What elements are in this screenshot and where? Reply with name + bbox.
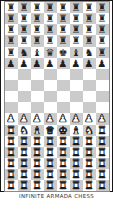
board-square[interactable] bbox=[70, 69, 83, 80]
board-square[interactable]: ♜ bbox=[70, 180, 83, 191]
piece-white-rook: ♜ bbox=[46, 169, 55, 180]
board-square[interactable]: ♜ bbox=[83, 35, 96, 46]
board-square[interactable]: ♞ bbox=[83, 47, 96, 58]
piece-white-pawn: ♟ bbox=[20, 113, 29, 124]
board-square[interactable]: ♜ bbox=[70, 158, 83, 169]
board-square[interactable]: ♜ bbox=[18, 136, 31, 147]
board-square[interactable]: ♜ bbox=[44, 35, 57, 46]
board-square[interactable] bbox=[44, 69, 57, 80]
piece-white-pawn: ♟ bbox=[72, 113, 81, 124]
board-square[interactable] bbox=[18, 69, 31, 80]
piece-white-rook: ♜ bbox=[59, 180, 68, 191]
board-square[interactable]: ♛ bbox=[44, 47, 57, 58]
piece-white-rook: ♜ bbox=[33, 180, 42, 191]
piece-black-rook: ♜ bbox=[59, 2, 68, 13]
board-square[interactable] bbox=[5, 80, 18, 91]
board-square[interactable]: ♟ bbox=[44, 113, 57, 124]
board-square[interactable]: ♜ bbox=[5, 147, 18, 158]
piece-white-rook: ♜ bbox=[33, 136, 42, 147]
board-square[interactable] bbox=[31, 102, 44, 113]
board-square[interactable]: ♜ bbox=[96, 2, 109, 13]
board-square[interactable] bbox=[5, 91, 18, 102]
piece-white-knight: ♞ bbox=[85, 125, 94, 136]
board-square[interactable] bbox=[96, 102, 109, 113]
piece-white-rook: ♜ bbox=[7, 136, 16, 147]
piece-black-rook: ♜ bbox=[7, 2, 16, 13]
board-square[interactable]: ♟ bbox=[31, 58, 44, 69]
piece-black-rook: ♜ bbox=[46, 13, 55, 24]
piece-black-rook: ♜ bbox=[72, 13, 81, 24]
piece-white-rook: ♜ bbox=[20, 158, 29, 169]
board-square[interactable]: ♜ bbox=[57, 2, 70, 13]
piece-white-pawn: ♟ bbox=[7, 113, 16, 124]
piece-black-king: ♚ bbox=[59, 47, 68, 58]
piece-white-rook: ♜ bbox=[33, 169, 42, 180]
board-square[interactable]: ♞ bbox=[83, 125, 96, 136]
board-square[interactable]: ♝ bbox=[31, 125, 44, 136]
board-square[interactable]: ♜ bbox=[31, 24, 44, 35]
board-square[interactable] bbox=[70, 80, 83, 91]
piece-black-rook: ♜ bbox=[33, 35, 42, 46]
board-square[interactable] bbox=[18, 80, 31, 91]
board-square[interactable]: ♜ bbox=[5, 24, 18, 35]
piece-black-rook: ♜ bbox=[20, 24, 29, 35]
piece-white-rook: ♜ bbox=[7, 125, 16, 136]
board-square[interactable]: ♜ bbox=[5, 169, 18, 180]
board-square[interactable]: ♜ bbox=[31, 2, 44, 13]
piece-white-bishop: ♝ bbox=[72, 125, 81, 136]
board-square[interactable]: ♜ bbox=[44, 169, 57, 180]
piece-white-queen: ♛ bbox=[46, 125, 55, 136]
board-square[interactable]: ♜ bbox=[31, 35, 44, 46]
piece-white-rook: ♜ bbox=[7, 147, 16, 158]
board-square[interactable]: ♜ bbox=[70, 2, 83, 13]
piece-black-rook: ♜ bbox=[98, 35, 107, 46]
board-square[interactable]: ♜ bbox=[70, 147, 83, 158]
board-square[interactable]: ♜ bbox=[31, 13, 44, 24]
board-square[interactable]: ♜ bbox=[96, 147, 109, 158]
piece-white-rook: ♜ bbox=[98, 158, 107, 169]
piece-black-rook: ♜ bbox=[46, 24, 55, 35]
board-square[interactable]: ♜ bbox=[83, 13, 96, 24]
piece-white-rook: ♜ bbox=[72, 147, 81, 158]
board-square[interactable] bbox=[83, 91, 96, 102]
board-square[interactable]: ♜ bbox=[96, 169, 109, 180]
piece-black-rook: ♜ bbox=[98, 47, 107, 58]
board-square[interactable]: ♟ bbox=[5, 58, 18, 69]
board-square[interactable]: ♚ bbox=[57, 47, 70, 58]
piece-white-rook: ♜ bbox=[33, 158, 42, 169]
piece-white-rook: ♜ bbox=[46, 147, 55, 158]
board-square[interactable]: ♛ bbox=[44, 125, 57, 136]
board-square[interactable]: ♜ bbox=[18, 24, 31, 35]
piece-white-rook: ♜ bbox=[59, 169, 68, 180]
board-square[interactable]: ♜ bbox=[96, 180, 109, 191]
board-square[interactable]: ♝ bbox=[70, 125, 83, 136]
board-square[interactable]: ♜ bbox=[5, 158, 18, 169]
board-square[interactable]: ♜ bbox=[96, 136, 109, 147]
piece-black-rook: ♜ bbox=[59, 35, 68, 46]
piece-white-rook: ♜ bbox=[59, 158, 68, 169]
board-square[interactable]: ♜ bbox=[31, 158, 44, 169]
board-square[interactable]: ♟ bbox=[18, 113, 31, 124]
board-square[interactable] bbox=[83, 102, 96, 113]
board-square[interactable] bbox=[31, 80, 44, 91]
board-square[interactable]: ♜ bbox=[70, 13, 83, 24]
board-square[interactable]: ♞ bbox=[18, 125, 31, 136]
piece-black-pawn: ♟ bbox=[85, 58, 94, 69]
board-square[interactable]: ♜ bbox=[57, 180, 70, 191]
comic-panel-frame: ♜♜♜♜♜♜♜♜♜♜♜♜♜♜♜♜♜♜♜♜♜♜♜♜♜♜♜♜♜♜♜♜♜♞♝♛♚♝♞♜… bbox=[0, 0, 113, 192]
board-square[interactable]: ♜ bbox=[57, 158, 70, 169]
piece-black-rook: ♜ bbox=[20, 35, 29, 46]
piece-white-pawn: ♟ bbox=[46, 113, 55, 124]
piece-black-rook: ♜ bbox=[59, 24, 68, 35]
piece-black-rook: ♜ bbox=[59, 13, 68, 24]
board-square[interactable]: ♜ bbox=[70, 169, 83, 180]
board-square[interactable]: ♟ bbox=[31, 113, 44, 124]
board-square[interactable]: ♜ bbox=[18, 13, 31, 24]
piece-black-bishop: ♝ bbox=[72, 47, 81, 58]
board-square[interactable]: ♜ bbox=[18, 180, 31, 191]
board-square[interactable]: ♜ bbox=[83, 136, 96, 147]
piece-black-rook: ♜ bbox=[85, 2, 94, 13]
piece-white-rook: ♜ bbox=[20, 147, 29, 158]
piece-black-rook: ♜ bbox=[7, 24, 16, 35]
board-square[interactable]: ♜ bbox=[83, 147, 96, 158]
piece-black-pawn: ♟ bbox=[33, 58, 42, 69]
piece-black-rook: ♜ bbox=[33, 24, 42, 35]
board-square[interactable] bbox=[57, 80, 70, 91]
board-square[interactable] bbox=[44, 80, 57, 91]
board-square[interactable]: ♟ bbox=[96, 58, 109, 69]
board-square[interactable]: ♜ bbox=[83, 180, 96, 191]
board-square[interactable]: ♜ bbox=[96, 24, 109, 35]
piece-white-rook: ♜ bbox=[98, 169, 107, 180]
piece-black-knight: ♞ bbox=[85, 47, 94, 58]
piece-black-rook: ♜ bbox=[7, 35, 16, 46]
piece-white-pawn: ♟ bbox=[85, 113, 94, 124]
board-square[interactable] bbox=[31, 69, 44, 80]
piece-black-rook: ♜ bbox=[33, 2, 42, 13]
board-square[interactable]: ♜ bbox=[44, 158, 57, 169]
piece-black-rook: ♜ bbox=[20, 2, 29, 13]
board-square[interactable]: ♜ bbox=[18, 158, 31, 169]
board-square[interactable]: ♞ bbox=[18, 47, 31, 58]
board-square[interactable]: ♜ bbox=[70, 24, 83, 35]
board-square[interactable] bbox=[18, 102, 31, 113]
board-square[interactable]: ♟ bbox=[83, 58, 96, 69]
piece-white-rook: ♜ bbox=[85, 147, 94, 158]
piece-white-rook: ♜ bbox=[59, 147, 68, 158]
piece-black-rook: ♜ bbox=[85, 24, 94, 35]
board-square[interactable]: ♜ bbox=[44, 24, 57, 35]
piece-white-rook: ♜ bbox=[7, 158, 16, 169]
board-square[interactable]: ♜ bbox=[57, 24, 70, 35]
board-square[interactable] bbox=[57, 91, 70, 102]
board-square[interactable]: ♟ bbox=[83, 113, 96, 124]
piece-white-rook: ♜ bbox=[20, 169, 29, 180]
piece-white-knight: ♞ bbox=[20, 125, 29, 136]
piece-white-rook: ♜ bbox=[98, 147, 107, 158]
board-square[interactable]: ♜ bbox=[18, 2, 31, 13]
piece-white-pawn: ♟ bbox=[98, 113, 107, 124]
board-square[interactable]: ♜ bbox=[31, 136, 44, 147]
board-square[interactable]: ♟ bbox=[57, 58, 70, 69]
board-square[interactable]: ♜ bbox=[5, 136, 18, 147]
piece-white-rook: ♜ bbox=[20, 136, 29, 147]
piece-black-rook: ♜ bbox=[7, 13, 16, 24]
piece-black-pawn: ♟ bbox=[7, 58, 16, 69]
piece-white-rook: ♜ bbox=[59, 136, 68, 147]
piece-black-rook: ♜ bbox=[33, 13, 42, 24]
board-square[interactable]: ♜ bbox=[83, 2, 96, 13]
piece-white-rook: ♜ bbox=[72, 158, 81, 169]
board-square[interactable] bbox=[18, 91, 31, 102]
board-square[interactable]: ♟ bbox=[57, 113, 70, 124]
piece-white-rook: ♜ bbox=[72, 180, 81, 191]
piece-white-pawn: ♟ bbox=[59, 113, 68, 124]
board-square[interactable]: ♜ bbox=[44, 136, 57, 147]
board-square[interactable]: ♜ bbox=[96, 13, 109, 24]
piece-black-pawn: ♟ bbox=[59, 58, 68, 69]
board-square[interactable] bbox=[31, 91, 44, 102]
piece-black-rook: ♜ bbox=[72, 24, 81, 35]
board-square[interactable]: ♜ bbox=[83, 169, 96, 180]
piece-white-rook: ♜ bbox=[7, 169, 16, 180]
piece-black-rook: ♜ bbox=[46, 35, 55, 46]
board-square[interactable]: ♜ bbox=[70, 35, 83, 46]
board-square[interactable]: ♜ bbox=[31, 147, 44, 158]
board-square[interactable]: ♚ bbox=[57, 125, 70, 136]
board-square[interactable]: ♜ bbox=[70, 136, 83, 147]
board-square[interactable]: ♜ bbox=[96, 158, 109, 169]
piece-white-rook: ♜ bbox=[85, 169, 94, 180]
board-square[interactable]: ♟ bbox=[44, 58, 57, 69]
piece-black-rook: ♜ bbox=[98, 13, 107, 24]
piece-white-rook: ♜ bbox=[7, 180, 16, 191]
board-square[interactable]: ♜ bbox=[44, 180, 57, 191]
board-square[interactable]: ♜ bbox=[44, 2, 57, 13]
board-square[interactable]: ♜ bbox=[96, 47, 109, 58]
board-square[interactable]: ♜ bbox=[5, 2, 18, 13]
board-square[interactable]: ♜ bbox=[5, 35, 18, 46]
piece-white-rook: ♜ bbox=[85, 158, 94, 169]
board-square[interactable] bbox=[96, 80, 109, 91]
board-square[interactable]: ♜ bbox=[57, 35, 70, 46]
piece-white-king: ♚ bbox=[59, 125, 68, 136]
piece-white-rook: ♜ bbox=[46, 180, 55, 191]
piece-black-rook: ♜ bbox=[98, 24, 107, 35]
board-square[interactable] bbox=[5, 69, 18, 80]
piece-white-rook: ♜ bbox=[85, 180, 94, 191]
board-square[interactable] bbox=[44, 91, 57, 102]
board-square[interactable]: ♜ bbox=[5, 13, 18, 24]
piece-black-pawn: ♟ bbox=[46, 58, 55, 69]
board-square[interactable]: ♟ bbox=[70, 113, 83, 124]
piece-black-rook: ♜ bbox=[85, 35, 94, 46]
board-square[interactable]: ♜ bbox=[57, 13, 70, 24]
piece-white-pawn: ♟ bbox=[33, 113, 42, 124]
board-square[interactable] bbox=[83, 80, 96, 91]
board-square[interactable] bbox=[70, 91, 83, 102]
board-square[interactable]: ♜ bbox=[5, 125, 18, 136]
piece-white-rook: ♜ bbox=[33, 147, 42, 158]
board-square[interactable]: ♜ bbox=[31, 169, 44, 180]
piece-white-rook: ♜ bbox=[46, 136, 55, 147]
board-square[interactable] bbox=[96, 69, 109, 80]
piece-white-rook: ♜ bbox=[20, 180, 29, 191]
piece-black-rook: ♜ bbox=[46, 2, 55, 13]
board-square[interactable]: ♟ bbox=[18, 58, 31, 69]
board-square[interactable]: ♝ bbox=[70, 47, 83, 58]
piece-black-pawn: ♟ bbox=[98, 58, 107, 69]
piece-black-rook: ♜ bbox=[85, 13, 94, 24]
board-square[interactable]: ♜ bbox=[31, 180, 44, 191]
piece-black-pawn: ♟ bbox=[72, 58, 81, 69]
piece-black-rook: ♜ bbox=[72, 2, 81, 13]
chess-board[interactable]: ♜♜♜♜♜♜♜♜♜♜♜♜♜♜♜♜♜♜♜♜♜♜♜♜♜♜♜♜♜♜♜♜♜♞♝♛♚♝♞♜… bbox=[4, 1, 110, 192]
piece-white-rook: ♜ bbox=[98, 136, 107, 147]
board-square[interactable]: ♜ bbox=[18, 35, 31, 46]
piece-black-rook: ♜ bbox=[98, 2, 107, 13]
board-square[interactable]: ♟ bbox=[96, 113, 109, 124]
board-square[interactable] bbox=[44, 102, 57, 113]
piece-white-rook: ♜ bbox=[85, 136, 94, 147]
board-square[interactable]: ♜ bbox=[57, 136, 70, 147]
piece-black-bishop: ♝ bbox=[33, 47, 42, 58]
board-square[interactable]: ♜ bbox=[83, 24, 96, 35]
piece-black-pawn: ♟ bbox=[20, 58, 29, 69]
board-square[interactable]: ♜ bbox=[5, 180, 18, 191]
board-square[interactable] bbox=[96, 91, 109, 102]
board-square[interactable]: ♜ bbox=[96, 125, 109, 136]
piece-black-rook: ♜ bbox=[20, 13, 29, 24]
board-square[interactable]: ♜ bbox=[5, 47, 18, 58]
board-square[interactable] bbox=[57, 69, 70, 80]
board-square[interactable]: ♝ bbox=[31, 47, 44, 58]
board-square[interactable]: ♜ bbox=[18, 147, 31, 158]
board-square[interactable]: ♜ bbox=[44, 147, 57, 158]
board-square[interactable]: ♟ bbox=[70, 58, 83, 69]
piece-white-rook: ♜ bbox=[46, 158, 55, 169]
board-square[interactable] bbox=[57, 102, 70, 113]
piece-white-rook: ♜ bbox=[98, 125, 107, 136]
board-square[interactable]: ♜ bbox=[18, 169, 31, 180]
piece-black-rook: ♜ bbox=[72, 35, 81, 46]
piece-white-rook: ♜ bbox=[72, 169, 81, 180]
piece-white-bishop: ♝ bbox=[33, 125, 42, 136]
comic-panel-container: ♜♜♜♜♜♜♜♜♜♜♜♜♜♜♜♜♜♜♜♜♜♜♜♜♜♜♜♜♜♜♜♜♜♞♝♛♚♝♞♜… bbox=[0, 0, 113, 200]
board-square[interactable]: ♜ bbox=[57, 147, 70, 158]
board-square[interactable] bbox=[83, 69, 96, 80]
piece-black-queen: ♛ bbox=[46, 47, 55, 58]
board-square[interactable] bbox=[70, 102, 83, 113]
piece-black-knight: ♞ bbox=[20, 47, 29, 58]
board-square[interactable]: ♜ bbox=[96, 35, 109, 46]
piece-white-rook: ♜ bbox=[98, 180, 107, 191]
board-square[interactable]: ♜ bbox=[83, 158, 96, 169]
board-square[interactable]: ♜ bbox=[57, 169, 70, 180]
board-square[interactable]: ♟ bbox=[5, 113, 18, 124]
board-square[interactable] bbox=[5, 102, 18, 113]
caption: INFINITE ARMADA CHESS bbox=[0, 192, 113, 200]
piece-white-rook: ♜ bbox=[72, 136, 81, 147]
board-square[interactable]: ♜ bbox=[44, 13, 57, 24]
piece-black-rook: ♜ bbox=[7, 47, 16, 58]
